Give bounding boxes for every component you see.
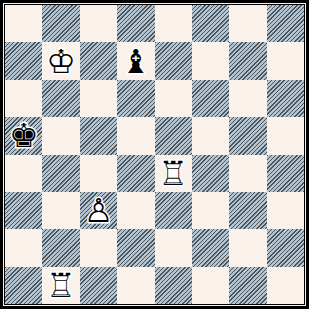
square-c4[interactable]: [80, 155, 117, 192]
square-c2[interactable]: [80, 229, 117, 266]
square-a6[interactable]: [5, 80, 42, 117]
square-e1[interactable]: [155, 267, 192, 304]
piece-black-king-a5[interactable]: ♚: [5, 117, 42, 154]
square-h4[interactable]: [267, 155, 304, 192]
piece-white-pawn-c3[interactable]: ♙: [80, 192, 117, 229]
square-h8[interactable]: [267, 5, 304, 42]
square-a8[interactable]: [5, 5, 42, 42]
square-f3[interactable]: [192, 192, 229, 229]
piece-white-king-b7[interactable]: ♔: [42, 42, 79, 79]
square-a7[interactable]: [5, 42, 42, 79]
square-b2[interactable]: [42, 229, 79, 266]
square-h7[interactable]: [267, 42, 304, 79]
square-d5[interactable]: [117, 117, 154, 154]
piece-white-rook-e4[interactable]: ♖: [155, 155, 192, 192]
square-a4[interactable]: [5, 155, 42, 192]
square-g4[interactable]: [229, 155, 266, 192]
square-h1[interactable]: [267, 267, 304, 304]
square-c5[interactable]: [80, 117, 117, 154]
square-g6[interactable]: [229, 80, 266, 117]
square-c7[interactable]: [80, 42, 117, 79]
square-f2[interactable]: [192, 229, 229, 266]
square-d2[interactable]: [117, 229, 154, 266]
square-c6[interactable]: [80, 80, 117, 117]
square-e5[interactable]: [155, 117, 192, 154]
square-b6[interactable]: [42, 80, 79, 117]
square-c3[interactable]: ♟♙: [80, 192, 117, 229]
square-f1[interactable]: [192, 267, 229, 304]
chessboard-frame: ♚♔♝♝♚♚♜♖♟♙♜♖: [0, 0, 309, 309]
square-e8[interactable]: [155, 5, 192, 42]
square-b8[interactable]: [42, 5, 79, 42]
square-g8[interactable]: [229, 5, 266, 42]
square-g3[interactable]: [229, 192, 266, 229]
board-inner-border: ♚♔♝♝♚♚♜♖♟♙♜♖: [4, 4, 305, 305]
square-f5[interactable]: [192, 117, 229, 154]
square-g1[interactable]: [229, 267, 266, 304]
square-b4[interactable]: [42, 155, 79, 192]
square-b7[interactable]: ♚♔: [42, 42, 79, 79]
square-c8[interactable]: [80, 5, 117, 42]
square-d6[interactable]: [117, 80, 154, 117]
square-h6[interactable]: [267, 80, 304, 117]
square-f8[interactable]: [192, 5, 229, 42]
square-a2[interactable]: [5, 229, 42, 266]
square-h3[interactable]: [267, 192, 304, 229]
square-f4[interactable]: [192, 155, 229, 192]
square-a5[interactable]: ♚♚: [5, 117, 42, 154]
square-a1[interactable]: [5, 267, 42, 304]
chessboard: ♚♔♝♝♚♚♜♖♟♙♜♖: [5, 5, 304, 304]
square-g2[interactable]: [229, 229, 266, 266]
square-e3[interactable]: [155, 192, 192, 229]
square-h5[interactable]: [267, 117, 304, 154]
square-d4[interactable]: [117, 155, 154, 192]
square-g7[interactable]: [229, 42, 266, 79]
square-f6[interactable]: [192, 80, 229, 117]
square-d8[interactable]: [117, 5, 154, 42]
square-e7[interactable]: [155, 42, 192, 79]
square-f7[interactable]: [192, 42, 229, 79]
square-d3[interactable]: [117, 192, 154, 229]
board-pinstripe-border: ♚♔♝♝♚♚♜♖♟♙♜♖: [3, 3, 306, 306]
piece-white-rook-b1[interactable]: ♖: [42, 267, 79, 304]
square-a3[interactable]: [5, 192, 42, 229]
square-c1[interactable]: [80, 267, 117, 304]
square-g5[interactable]: [229, 117, 266, 154]
square-e4[interactable]: ♜♖: [155, 155, 192, 192]
piece-black-bishop-d7[interactable]: ♝: [117, 42, 154, 79]
square-b3[interactable]: [42, 192, 79, 229]
square-e2[interactable]: [155, 229, 192, 266]
square-d7[interactable]: ♝♝: [117, 42, 154, 79]
square-e6[interactable]: [155, 80, 192, 117]
square-b5[interactable]: [42, 117, 79, 154]
square-d1[interactable]: [117, 267, 154, 304]
square-b1[interactable]: ♜♖: [42, 267, 79, 304]
square-h2[interactable]: [267, 229, 304, 266]
